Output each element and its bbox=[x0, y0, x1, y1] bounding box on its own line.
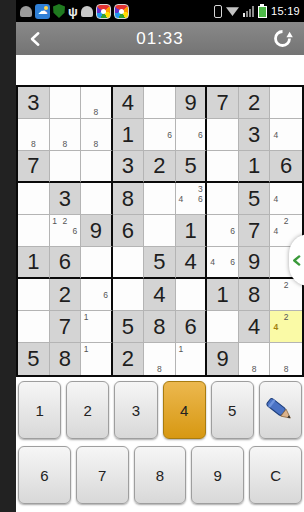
sudoku-cell[interactable]: 3 bbox=[50, 183, 82, 215]
digit-button-3[interactable]: 3 bbox=[114, 381, 157, 439]
sudoku-cell[interactable]: 6 bbox=[176, 119, 208, 151]
sudoku-cell[interactable]: 4 bbox=[144, 279, 176, 311]
sudoku-cell[interactable]: 8 bbox=[270, 343, 302, 375]
sudoku-cell[interactable]: 1 bbox=[207, 279, 239, 311]
sudoku-cell[interactable]: 1 bbox=[176, 215, 208, 247]
sudoku-cell[interactable] bbox=[144, 183, 176, 215]
cell-digit: 7 bbox=[27, 155, 39, 177]
cell-digit: 4 bbox=[122, 92, 134, 114]
weather-icon: ☁ bbox=[35, 4, 50, 19]
pencil-mark: 4 bbox=[178, 194, 183, 203]
sudoku-cell[interactable]: 9 bbox=[176, 87, 208, 119]
cell-digit: 1 bbox=[248, 155, 260, 177]
pencil-mark: 4 bbox=[273, 226, 278, 235]
sudoku-cell[interactable]: 2 bbox=[144, 151, 176, 183]
cell-digit: 9 bbox=[184, 92, 196, 114]
sudoku-cell[interactable]: 2 bbox=[239, 87, 271, 119]
sudoku-cell[interactable]: 24 bbox=[270, 311, 302, 343]
sudoku-cell[interactable]: 6 bbox=[270, 151, 302, 183]
sudoku-cell[interactable]: 1 bbox=[113, 119, 145, 151]
cell-digit: 8 bbox=[248, 284, 260, 306]
sudoku-cell[interactable]: 6 bbox=[144, 119, 176, 151]
status-bar-left: ☁ ψ bbox=[20, 4, 214, 19]
keypad: 12345 6789C bbox=[16, 381, 304, 504]
sudoku-cell[interactable]: 2 bbox=[113, 343, 145, 375]
cell-digit: 4 bbox=[153, 284, 165, 306]
sudoku-cell[interactable]: 7 bbox=[18, 151, 50, 183]
pencil-mark: 2 bbox=[284, 216, 289, 225]
cell-digit: 2 bbox=[153, 155, 165, 177]
cell-digit: 7 bbox=[216, 92, 228, 114]
sudoku-cell[interactable]: 3 bbox=[18, 87, 50, 119]
sudoku-cell[interactable]: 4 bbox=[270, 183, 302, 215]
pencil-mark: 8 bbox=[252, 365, 257, 374]
sudoku-cell[interactable]: 5 bbox=[144, 247, 176, 279]
cell-digit: 1 bbox=[27, 251, 39, 273]
cell-digit: 3 bbox=[27, 92, 39, 114]
cell-digit: 2 bbox=[248, 92, 260, 114]
sudoku-cell[interactable] bbox=[207, 311, 239, 343]
sudoku-cell[interactable] bbox=[81, 151, 113, 183]
pencil-mark: 2 bbox=[284, 280, 289, 289]
sudoku-cell[interactable]: 1 bbox=[239, 151, 271, 183]
cell-digit: 5 bbox=[248, 188, 260, 210]
sudoku-cell[interactable]: 6 bbox=[176, 311, 208, 343]
sudoku-cell[interactable]: 3 bbox=[113, 151, 145, 183]
pencil-mark: 4 bbox=[273, 322, 278, 331]
restart-button[interactable] bbox=[260, 22, 304, 55]
cell-digit: 3 bbox=[122, 155, 134, 177]
sudoku-cell[interactable]: 7 bbox=[207, 87, 239, 119]
sudoku-cell[interactable]: 46 bbox=[207, 247, 239, 279]
sudoku-cell[interactable] bbox=[81, 183, 113, 215]
sudoku-cell[interactable] bbox=[18, 183, 50, 215]
cell-digit: 8 bbox=[122, 188, 134, 210]
cell-digit: 5 bbox=[184, 155, 196, 177]
pinwheel-icon bbox=[96, 4, 111, 19]
sudoku-cell[interactable]: 4 bbox=[239, 311, 271, 343]
sudoku-cell[interactable] bbox=[50, 151, 82, 183]
digit-button-6[interactable]: 6 bbox=[18, 446, 71, 504]
keypad-row-2: 6789C bbox=[18, 446, 302, 504]
sudoku-cell[interactable]: 6 bbox=[207, 215, 239, 247]
cell-digit: 6 bbox=[122, 220, 134, 242]
digit-button-4[interactable]: 4 bbox=[163, 381, 206, 439]
cell-digit: 4 bbox=[184, 251, 196, 273]
sudoku-cell[interactable]: 7 bbox=[50, 311, 82, 343]
pencil-mark: 6 bbox=[198, 130, 203, 139]
sudoku-cell[interactable]: 7 bbox=[239, 215, 271, 247]
pinwheel-icon bbox=[114, 4, 129, 19]
sudoku-cell[interactable]: 8 bbox=[113, 183, 145, 215]
cell-digit: 5 bbox=[122, 316, 134, 338]
sudoku-cell[interactable] bbox=[18, 215, 50, 247]
android-icon bbox=[20, 6, 32, 17]
pencil-mark: 8 bbox=[31, 140, 36, 149]
pencil-mark: 1 bbox=[84, 345, 89, 354]
pencil-mark: 6 bbox=[198, 194, 203, 203]
pencil-mark: 1 bbox=[178, 345, 183, 354]
status-bar: ☁ ψ 15:19 bbox=[16, 0, 304, 22]
pencil-mark: 6 bbox=[230, 258, 235, 267]
refresh-icon bbox=[272, 28, 293, 49]
chevron-left-icon bbox=[292, 255, 301, 266]
sudoku-cell[interactable]: 126 bbox=[50, 215, 82, 247]
sudoku-cell[interactable]: 9 bbox=[81, 215, 113, 247]
pencil-mode-button[interactable] bbox=[259, 381, 302, 439]
sudoku-cell[interactable]: 5 bbox=[239, 183, 271, 215]
sudoku-cell[interactable]: 5 bbox=[113, 311, 145, 343]
pencil-mark: 2 bbox=[284, 312, 289, 321]
sudoku-cell[interactable]: 1 bbox=[176, 343, 208, 375]
sudoku-cell[interactable] bbox=[18, 279, 50, 311]
clear-button[interactable]: C bbox=[249, 446, 302, 504]
pencil-mark: 6 bbox=[73, 226, 78, 235]
cell-digit: 7 bbox=[59, 316, 71, 338]
pinwheel-hub bbox=[101, 9, 106, 14]
cell-digit: 8 bbox=[153, 316, 165, 338]
sudoku-cell[interactable] bbox=[81, 247, 113, 279]
cell-digit: 1 bbox=[216, 284, 228, 306]
game-timer: 01:33 bbox=[136, 29, 184, 49]
sudoku-cell[interactable] bbox=[207, 183, 239, 215]
cell-digit: 5 bbox=[153, 251, 165, 273]
sudoku-cell[interactable]: 6 bbox=[50, 247, 82, 279]
pencil-mark: 8 bbox=[94, 140, 99, 149]
pencil-mark: 1 bbox=[84, 312, 89, 321]
sudoku-cell[interactable]: 5 bbox=[18, 343, 50, 375]
android-icon bbox=[81, 6, 93, 17]
pencil-mark: 1 bbox=[52, 216, 57, 225]
app-screen: ☁ ψ 15:19 01:33 bbox=[16, 0, 304, 512]
pencil-mark: 4 bbox=[210, 258, 215, 267]
sudoku-cell[interactable] bbox=[50, 87, 82, 119]
sudoku-cell[interactable]: 6 bbox=[81, 279, 113, 311]
pencil-mark: 6 bbox=[230, 226, 235, 235]
cell-digit: 6 bbox=[59, 251, 71, 273]
sudoku-cell[interactable]: 8 bbox=[239, 343, 271, 375]
board-area: 3849728881663473251638346541269616724165… bbox=[16, 85, 304, 377]
sudoku-cell[interactable] bbox=[113, 279, 145, 311]
cell-digit: 4 bbox=[248, 316, 260, 338]
back-chevron-icon bbox=[28, 31, 44, 47]
pinwheel-hub bbox=[119, 9, 124, 14]
status-time: 15:19 bbox=[271, 5, 300, 17]
digit-button-1[interactable]: 1 bbox=[18, 381, 61, 439]
cell-digit: 9 bbox=[216, 348, 228, 370]
digit-button-7[interactable]: 7 bbox=[76, 446, 129, 504]
cell-digit: 9 bbox=[90, 220, 102, 242]
digit-button-9[interactable]: 9 bbox=[191, 446, 244, 504]
pencil-mark: 2 bbox=[62, 216, 67, 225]
cell-digit: 2 bbox=[59, 284, 71, 306]
sudoku-cell[interactable]: 9 bbox=[239, 247, 271, 279]
digit-button-5[interactable]: 5 bbox=[211, 381, 254, 439]
sudoku-board: 3849728881663473251638346541269616724165… bbox=[16, 85, 304, 377]
pencil-icon bbox=[265, 395, 295, 425]
sudoku-cell[interactable]: 8 bbox=[18, 119, 50, 151]
sudoku-cell[interactable] bbox=[18, 311, 50, 343]
sudoku-cell[interactable]: 5 bbox=[176, 151, 208, 183]
sudoku-cell[interactable]: 2 bbox=[50, 279, 82, 311]
cell-digit: 5 bbox=[27, 348, 39, 370]
pencil-mark: 8 bbox=[94, 108, 99, 117]
cell-digit: 1 bbox=[122, 124, 134, 146]
sudoku-cell[interactable]: 4 bbox=[270, 119, 302, 151]
pencil-mark: 4 bbox=[273, 194, 278, 203]
sudoku-cell[interactable]: 8 bbox=[81, 87, 113, 119]
sudoku-cell[interactable] bbox=[144, 215, 176, 247]
sudoku-cell[interactable]: 8 bbox=[50, 343, 82, 375]
battery-icon bbox=[258, 4, 267, 18]
sudoku-cell[interactable]: 1 bbox=[18, 247, 50, 279]
sudoku-cell[interactable]: 8 bbox=[144, 311, 176, 343]
sudoku-cell[interactable] bbox=[270, 87, 302, 119]
sun-dot bbox=[44, 6, 48, 10]
keypad-row-1: 12345 bbox=[18, 381, 302, 439]
sudoku-cell[interactable] bbox=[144, 87, 176, 119]
cell-digit: 2 bbox=[122, 348, 134, 370]
sudoku-cell[interactable]: 9 bbox=[207, 343, 239, 375]
cell-digit: 6 bbox=[280, 155, 292, 177]
usb-icon: ψ bbox=[68, 5, 78, 18]
cell-digit: 6 bbox=[184, 316, 196, 338]
wifi-icon bbox=[226, 6, 239, 16]
pencil-mark: 6 bbox=[167, 130, 172, 139]
pencil-mark: 8 bbox=[62, 140, 67, 149]
cell-digit: 9 bbox=[248, 251, 260, 273]
shield-icon bbox=[53, 4, 65, 18]
pencil-mark: 8 bbox=[157, 365, 162, 374]
sudoku-cell[interactable]: 6 bbox=[113, 215, 145, 247]
cell-digit: 7 bbox=[248, 220, 260, 242]
digit-button-2[interactable]: 2 bbox=[66, 381, 109, 439]
cell-digit: 3 bbox=[59, 188, 71, 210]
sudoku-cell[interactable]: 4 bbox=[113, 87, 145, 119]
cell-digit: 1 bbox=[184, 220, 196, 242]
sudoku-cell[interactable]: 2 bbox=[270, 279, 302, 311]
sudoku-cell[interactable]: 3 bbox=[239, 119, 271, 151]
sudoku-cell[interactable]: 1 bbox=[81, 343, 113, 375]
cell-digit: 3 bbox=[248, 124, 260, 146]
sudoku-cell[interactable] bbox=[207, 151, 239, 183]
pencil-mark: 6 bbox=[103, 290, 108, 299]
sudoku-cell[interactable]: 346 bbox=[176, 183, 208, 215]
cell-digit: 8 bbox=[59, 348, 71, 370]
sudoku-cell[interactable]: 8 bbox=[81, 119, 113, 151]
pencil-mark: 3 bbox=[198, 184, 203, 193]
sudoku-cell[interactable] bbox=[113, 247, 145, 279]
sudoku-cell[interactable]: 8 bbox=[144, 343, 176, 375]
signal-icon bbox=[243, 5, 254, 17]
sudoku-cell[interactable] bbox=[176, 279, 208, 311]
pencil-mark: 8 bbox=[284, 365, 289, 374]
sudoku-cell[interactable]: 8 bbox=[50, 119, 82, 151]
back-button[interactable] bbox=[16, 22, 56, 55]
sudoku-cell[interactable] bbox=[207, 119, 239, 151]
digit-button-8[interactable]: 8 bbox=[134, 446, 187, 504]
vibrate-icon bbox=[214, 5, 222, 18]
status-bar-right: 15:19 bbox=[214, 4, 300, 18]
toolbar: 01:33 bbox=[16, 22, 304, 55]
sudoku-cell[interactable]: 8 bbox=[239, 279, 271, 311]
sudoku-cell[interactable]: 1 bbox=[81, 311, 113, 343]
pencil-mark: 4 bbox=[273, 130, 278, 139]
sudoku-cell[interactable]: 4 bbox=[176, 247, 208, 279]
